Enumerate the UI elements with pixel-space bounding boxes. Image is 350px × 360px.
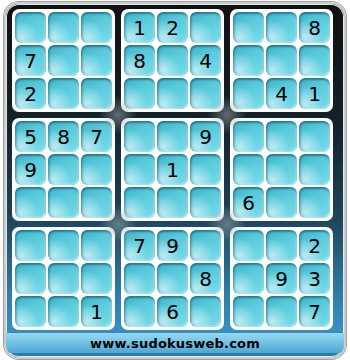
box-2-0: 1 <box>12 227 115 330</box>
cell-r1c6[interactable] <box>190 12 221 43</box>
cell-r6c2[interactable] <box>48 187 79 218</box>
cell-r1c3[interactable] <box>81 12 112 43</box>
cell-r5c7[interactable] <box>233 154 264 185</box>
cell-r2c5[interactable] <box>157 45 188 76</box>
cell-r7c2[interactable] <box>48 230 79 261</box>
cell-r5c5[interactable]: 1 <box>157 154 188 185</box>
cell-r7c8[interactable] <box>266 230 297 261</box>
cell-r1c4[interactable]: 1 <box>124 12 155 43</box>
box-1-2: 6 <box>230 118 333 221</box>
cell-r7c6[interactable] <box>190 230 221 261</box>
cell-r1c1[interactable] <box>15 12 46 43</box>
cell-r4c3[interactable]: 7 <box>81 121 112 152</box>
cell-r8c9[interactable]: 3 <box>299 263 330 294</box>
cell-r5c8[interactable] <box>266 154 297 185</box>
cell-r9c8[interactable] <box>266 296 297 327</box>
cell-r8c6[interactable]: 8 <box>190 263 221 294</box>
cell-r4c8[interactable] <box>266 121 297 152</box>
cell-r3c4[interactable] <box>124 78 155 109</box>
cell-r6c5[interactable] <box>157 187 188 218</box>
cell-r1c5[interactable]: 2 <box>157 12 188 43</box>
cell-r3c5[interactable] <box>157 78 188 109</box>
cell-r2c2[interactable] <box>48 45 79 76</box>
cell-r8c4[interactable] <box>124 263 155 294</box>
cell-r2c6[interactable]: 4 <box>190 45 221 76</box>
cell-r1c9[interactable]: 8 <box>299 12 330 43</box>
cell-r2c4[interactable]: 8 <box>124 45 155 76</box>
cell-r5c6[interactable] <box>190 154 221 185</box>
cell-r7c4[interactable]: 7 <box>124 230 155 261</box>
box-1-0: 5879 <box>12 118 115 221</box>
cell-r9c5[interactable]: 6 <box>157 296 188 327</box>
cell-r1c2[interactable] <box>48 12 79 43</box>
cell-r4c5[interactable] <box>157 121 188 152</box>
cell-r6c9[interactable] <box>299 187 330 218</box>
cell-r4c2[interactable]: 8 <box>48 121 79 152</box>
box-2-1: 7986 <box>121 227 224 330</box>
sudoku-board: 7212848415879916179862937 <box>6 4 339 334</box>
cell-r5c2[interactable] <box>48 154 79 185</box>
box-0-0: 72 <box>12 9 115 112</box>
cell-r6c1[interactable] <box>15 187 46 218</box>
cell-r1c7[interactable] <box>233 12 264 43</box>
cell-r8c5[interactable] <box>157 263 188 294</box>
cell-r4c4[interactable] <box>124 121 155 152</box>
cell-r3c8[interactable]: 4 <box>266 78 297 109</box>
cell-r8c3[interactable] <box>81 263 112 294</box>
cell-r2c9[interactable] <box>299 45 330 76</box>
cell-r8c8[interactable]: 9 <box>266 263 297 294</box>
cell-r1c8[interactable] <box>266 12 297 43</box>
box-1-1: 91 <box>121 118 224 221</box>
cell-r8c1[interactable] <box>15 263 46 294</box>
cell-r5c4[interactable] <box>124 154 155 185</box>
box-2-2: 2937 <box>230 227 333 330</box>
cell-r7c9[interactable]: 2 <box>299 230 330 261</box>
cell-r2c1[interactable]: 7 <box>15 45 46 76</box>
cell-r4c9[interactable] <box>299 121 330 152</box>
cell-r2c7[interactable] <box>233 45 264 76</box>
website-link[interactable]: www.sudokusweb.com <box>90 336 260 351</box>
puzzle-frame: 7212848415879916179862937 www.sudokusweb… <box>4 2 346 359</box>
cell-r9c2[interactable] <box>48 296 79 327</box>
cell-r3c9[interactable]: 1 <box>299 78 330 109</box>
cell-r3c2[interactable] <box>48 78 79 109</box>
cell-r6c8[interactable] <box>266 187 297 218</box>
cell-r4c6[interactable]: 9 <box>190 121 221 152</box>
box-0-1: 1284 <box>121 9 224 112</box>
cell-r2c3[interactable] <box>81 45 112 76</box>
cell-r3c1[interactable]: 2 <box>15 78 46 109</box>
cell-r4c7[interactable] <box>233 121 264 152</box>
cell-r9c7[interactable] <box>233 296 264 327</box>
cell-r6c4[interactable] <box>124 187 155 218</box>
cell-r7c5[interactable]: 9 <box>157 230 188 261</box>
cell-r4c1[interactable]: 5 <box>15 121 46 152</box>
box-0-2: 841 <box>230 9 333 112</box>
cell-r9c3[interactable]: 1 <box>81 296 112 327</box>
cell-r6c7[interactable]: 6 <box>233 187 264 218</box>
cell-r9c9[interactable]: 7 <box>299 296 330 327</box>
cell-r5c1[interactable]: 9 <box>15 154 46 185</box>
cell-r7c7[interactable] <box>233 230 264 261</box>
cell-r8c7[interactable] <box>233 263 264 294</box>
cell-r7c1[interactable] <box>15 230 46 261</box>
cell-r5c9[interactable] <box>299 154 330 185</box>
cell-r8c2[interactable] <box>48 263 79 294</box>
footer-bar: www.sudokusweb.com <box>6 333 344 353</box>
cell-r6c6[interactable] <box>190 187 221 218</box>
cell-r3c6[interactable] <box>190 78 221 109</box>
cell-r3c3[interactable] <box>81 78 112 109</box>
cell-r9c1[interactable] <box>15 296 46 327</box>
cell-r2c8[interactable] <box>266 45 297 76</box>
cell-r5c3[interactable] <box>81 154 112 185</box>
cell-r9c6[interactable] <box>190 296 221 327</box>
cell-r9c4[interactable] <box>124 296 155 327</box>
cell-r7c3[interactable] <box>81 230 112 261</box>
cell-r6c3[interactable] <box>81 187 112 218</box>
cell-r3c7[interactable] <box>233 78 264 109</box>
